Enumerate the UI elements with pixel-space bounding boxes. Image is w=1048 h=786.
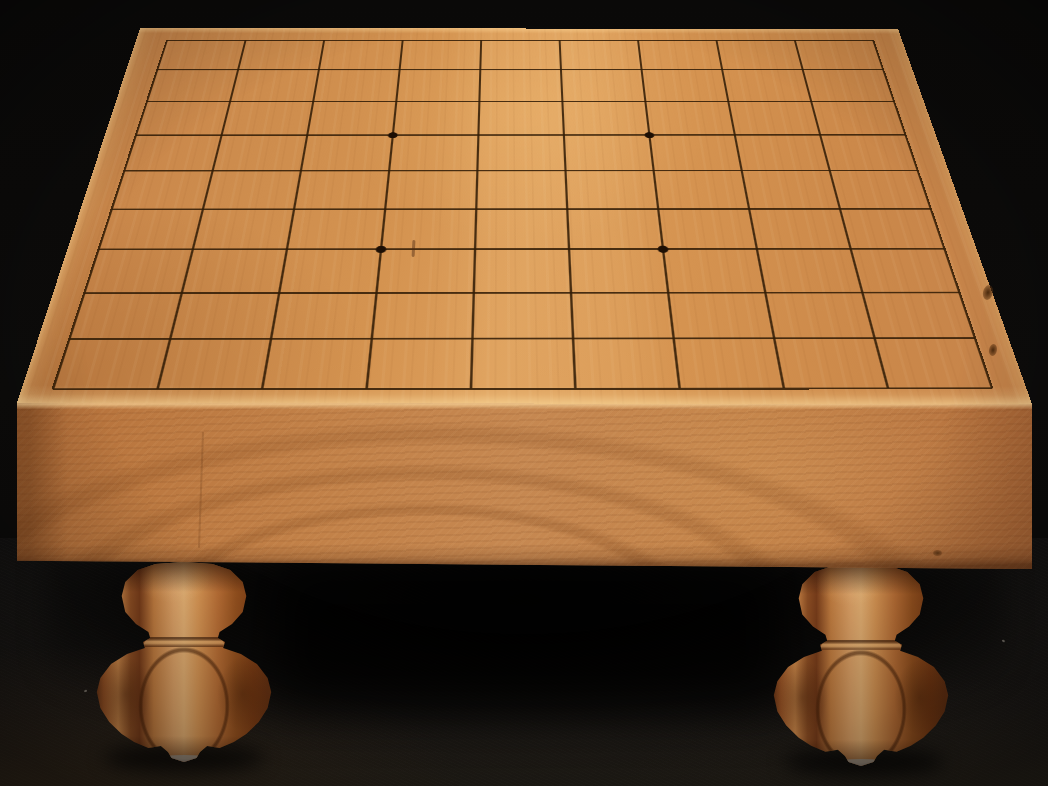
grid-line-horizontal <box>112 208 931 210</box>
star-point <box>388 132 398 138</box>
grid-line-horizontal <box>167 39 873 40</box>
grid-line-vertical <box>470 40 482 389</box>
board-front-face <box>17 402 1032 569</box>
grid-line-vertical <box>637 40 681 388</box>
grid-line-vertical <box>365 40 403 389</box>
wood-knot <box>933 550 942 556</box>
star-point <box>375 246 386 253</box>
grid-line-horizontal <box>69 338 975 341</box>
leg-collar <box>141 637 226 647</box>
board-floor-shadow-core <box>272 558 782 708</box>
grid-line-vertical <box>261 40 325 389</box>
star-point <box>644 132 654 138</box>
star-point <box>657 246 668 253</box>
grid-line-horizontal <box>157 69 883 70</box>
grid-line-horizontal <box>147 101 895 102</box>
grid-line-horizontal <box>124 170 918 172</box>
grid-line-horizontal <box>136 134 906 136</box>
grid-line-horizontal <box>84 291 959 293</box>
grid-line-vertical <box>716 40 785 388</box>
grid-line-vertical <box>794 40 889 388</box>
grid-line-vertical <box>559 40 577 388</box>
photo-scene <box>0 0 1048 786</box>
leg-collar <box>818 640 903 650</box>
grid-line-horizontal <box>98 248 945 250</box>
board-grid <box>53 40 992 389</box>
grid-line-vertical <box>156 40 246 389</box>
